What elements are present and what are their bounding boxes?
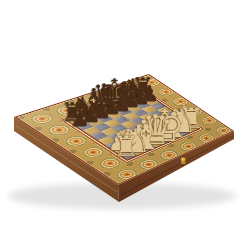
brass-clasp-icon bbox=[181, 157, 186, 164]
chess-set-photo: ♜♞♝♛♚♝♞♜♟♟♟♟♟♟♟♟♟♟♟♟♟♟♟♟♜♞♝♛♚♝♞♜ bbox=[0, 0, 250, 250]
chess-board-grid bbox=[65, 92, 200, 160]
